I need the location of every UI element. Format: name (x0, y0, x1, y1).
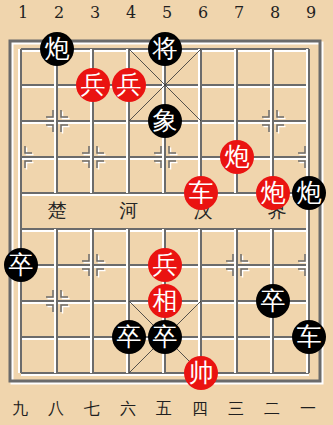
piece-red-general[interactable]: 帅 (184, 356, 218, 390)
piece-red-soldier[interactable]: 兵 (148, 248, 182, 282)
piece-black-cannon[interactable]: 炮 (292, 176, 326, 210)
piece-black-soldier[interactable]: 卒 (256, 284, 290, 318)
piece-red-soldier[interactable]: 兵 (76, 68, 110, 102)
file-label-bottom: 一 (298, 399, 318, 419)
xiangqi-board: 123456789 九八七六五四三二一 楚河汉界 炮将兵兵象炮车炮炮卒兵相卒卒卒… (0, 0, 333, 425)
piece-red-cannon[interactable]: 炮 (220, 140, 254, 174)
file-label-top: 1 (13, 3, 33, 23)
file-label-bottom: 三 (226, 399, 246, 419)
file-label-top: 5 (157, 3, 177, 23)
river-text-char: 楚 (46, 199, 68, 221)
file-label-bottom: 六 (118, 399, 138, 419)
river-text-char: 河 (118, 199, 140, 221)
piece-red-chariot[interactable]: 车 (184, 176, 218, 210)
piece-red-soldier[interactable]: 兵 (112, 68, 146, 102)
piece-black-soldier[interactable]: 卒 (148, 320, 182, 354)
file-label-top: 2 (49, 3, 69, 23)
file-label-top: 3 (85, 3, 105, 23)
piece-black-cannon[interactable]: 炮 (40, 32, 74, 66)
file-label-top: 8 (265, 3, 285, 23)
file-label-top: 6 (193, 3, 213, 23)
file-label-bottom: 七 (82, 399, 102, 419)
file-label-bottom: 四 (190, 399, 210, 419)
file-label-bottom: 八 (46, 399, 66, 419)
piece-black-general[interactable]: 将 (148, 32, 182, 66)
piece-red-cannon[interactable]: 炮 (256, 176, 290, 210)
piece-red-elephant[interactable]: 相 (148, 284, 182, 318)
piece-black-soldier[interactable]: 卒 (4, 248, 38, 282)
file-label-bottom: 五 (154, 399, 174, 419)
file-label-top: 9 (301, 3, 321, 23)
piece-black-chariot[interactable]: 车 (292, 320, 326, 354)
piece-black-soldier[interactable]: 卒 (112, 320, 146, 354)
file-label-top: 4 (121, 3, 141, 23)
file-label-bottom: 九 (10, 399, 30, 419)
file-label-top: 7 (229, 3, 249, 23)
file-label-bottom: 二 (262, 399, 282, 419)
piece-black-elephant[interactable]: 象 (148, 104, 182, 138)
